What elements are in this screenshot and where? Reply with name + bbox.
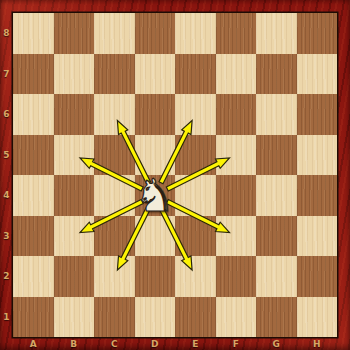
square-e5[interactable] [175,135,216,176]
rank-label-4: 4 [3,190,9,200]
square-d4[interactable]: ♞ [135,175,176,216]
file-label-b: B [70,339,77,349]
square-b6[interactable] [54,94,95,135]
square-a1[interactable] [13,297,54,338]
square-b2[interactable] [54,256,95,297]
file-coordinates: ABCDEFGH [13,337,337,350]
square-f6[interactable] [216,94,257,135]
square-h4[interactable] [297,175,338,216]
square-e7[interactable] [175,54,216,95]
square-b4[interactable] [54,175,95,216]
square-h1[interactable] [297,297,338,338]
square-f2[interactable] [216,256,257,297]
square-e4[interactable] [175,175,216,216]
square-c8[interactable] [94,13,135,54]
file-label-d: D [151,339,158,349]
square-h8[interactable] [297,13,338,54]
square-f5[interactable] [216,135,257,176]
square-a8[interactable] [13,13,54,54]
square-g1[interactable] [256,297,297,338]
rank-label-2: 2 [3,271,9,281]
square-d7[interactable] [135,54,176,95]
square-b7[interactable] [54,54,95,95]
white-knight[interactable]: ♞ [135,175,176,216]
square-g5[interactable] [256,135,297,176]
rank-label-5: 5 [3,150,9,160]
square-e8[interactable] [175,13,216,54]
square-f8[interactable] [216,13,257,54]
rank-label-3: 3 [3,231,9,241]
square-a6[interactable] [13,94,54,135]
file-label-h: H [313,339,321,349]
square-h2[interactable] [297,256,338,297]
chess-board: ♞ [13,13,337,337]
square-e2[interactable] [175,256,216,297]
square-g4[interactable] [256,175,297,216]
square-h3[interactable] [297,216,338,257]
square-c2[interactable] [94,256,135,297]
square-h5[interactable] [297,135,338,176]
square-c3[interactable] [94,216,135,257]
square-a2[interactable] [13,256,54,297]
square-a5[interactable] [13,135,54,176]
square-g7[interactable] [256,54,297,95]
rank-label-1: 1 [3,312,9,322]
square-c1[interactable] [94,297,135,338]
square-e1[interactable] [175,297,216,338]
file-label-f: F [233,339,239,349]
rank-label-8: 8 [3,28,9,38]
square-c5[interactable] [94,135,135,176]
square-a3[interactable] [13,216,54,257]
square-g3[interactable] [256,216,297,257]
square-b5[interactable] [54,135,95,176]
square-d6[interactable] [135,94,176,135]
file-label-e: E [192,339,198,349]
square-g6[interactable] [256,94,297,135]
file-label-g: G [273,339,280,349]
square-b8[interactable] [54,13,95,54]
square-c4[interactable] [94,175,135,216]
rank-label-6: 6 [3,109,9,119]
rank-coordinates: 87654321 [0,13,13,337]
square-g8[interactable] [256,13,297,54]
square-f3[interactable] [216,216,257,257]
square-d2[interactable] [135,256,176,297]
square-c7[interactable] [94,54,135,95]
file-label-c: C [111,339,118,349]
rank-label-7: 7 [3,69,9,79]
square-e3[interactable] [175,216,216,257]
square-c6[interactable] [94,94,135,135]
square-a7[interactable] [13,54,54,95]
square-h7[interactable] [297,54,338,95]
square-d1[interactable] [135,297,176,338]
square-b1[interactable] [54,297,95,338]
file-label-a: A [30,339,37,349]
square-b3[interactable] [54,216,95,257]
square-e6[interactable] [175,94,216,135]
square-f1[interactable] [216,297,257,338]
square-f7[interactable] [216,54,257,95]
square-d8[interactable] [135,13,176,54]
chess-board-frame: 87654321 ABCDEFGH ♞ [0,0,350,350]
square-h6[interactable] [297,94,338,135]
square-g2[interactable] [256,256,297,297]
square-a4[interactable] [13,175,54,216]
square-f4[interactable] [216,175,257,216]
